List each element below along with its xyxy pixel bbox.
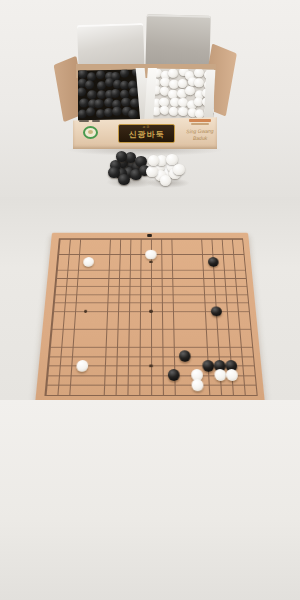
boxed-black-stone [85, 81, 95, 90]
boxed-black-stone [86, 107, 96, 116]
boxed-black-stone [78, 88, 86, 97]
boxed-black-stone [112, 106, 122, 115]
white-go-stone [225, 369, 238, 381]
boxed-white-stone [169, 107, 179, 116]
box-corner-print [92, 120, 100, 122]
pile-white-stone [160, 175, 172, 186]
black-go-stone [210, 306, 222, 316]
boxed-white-stone [178, 107, 188, 116]
boxed-white-stone [185, 86, 195, 95]
box-label-main-text: 신광바둑 [119, 129, 174, 140]
black-go-stone [207, 257, 218, 267]
photo-go-board [0, 197, 300, 400]
pile-black-stone [118, 174, 130, 185]
black-go-stone [179, 351, 191, 362]
star-point [149, 310, 152, 313]
white-go-stone [191, 379, 204, 391]
boxed-white-stone [194, 79, 204, 88]
board-clasp-top [147, 234, 152, 236]
pile-white-stone [146, 166, 158, 177]
white-go-stone [83, 257, 94, 267]
white-go-stone [146, 250, 157, 259]
star-point [149, 261, 152, 264]
boxed-black-stone [87, 90, 97, 99]
box-corner-print [79, 120, 89, 122]
green-seal-center [88, 130, 93, 134]
boxed-black-stone [121, 98, 131, 107]
boxed-black-stone [94, 99, 104, 108]
black-go-stone [202, 360, 215, 372]
pile-black-stone [116, 151, 128, 162]
pile-black-stone [108, 167, 120, 178]
boxed-white-stone [168, 69, 178, 78]
brand-emblem [191, 123, 209, 125]
boxed-black-stone [111, 88, 121, 97]
brand-emblem [189, 119, 211, 122]
star-point [84, 310, 87, 313]
pile-white-stone [148, 155, 160, 166]
boxed-white-stone [160, 106, 170, 115]
photo-stone-box: 고급 신광바둑 Sing Gwang Baduk [0, 0, 300, 197]
photo-stone-bowls [0, 400, 300, 600]
boxed-white-stone [168, 89, 178, 98]
white-go-stone [214, 369, 227, 381]
boxed-black-stone [96, 70, 106, 79]
boxed-black-stone [120, 69, 130, 77]
star-point [149, 364, 152, 367]
black-go-stone [168, 369, 180, 381]
board-grid [44, 238, 257, 396]
brand-script-text: Sing Gwang Baduk [182, 128, 218, 143]
white-go-stone [76, 360, 89, 372]
boxed-white-stone [194, 68, 204, 77]
box-black-compartment [78, 69, 140, 122]
boxed-black-stone [128, 109, 138, 118]
boxed-white-stone [160, 77, 170, 86]
go-board [35, 233, 266, 400]
box-label-plaque: 고급 신광바둑 [118, 124, 175, 143]
pile-white-stone [173, 164, 185, 175]
